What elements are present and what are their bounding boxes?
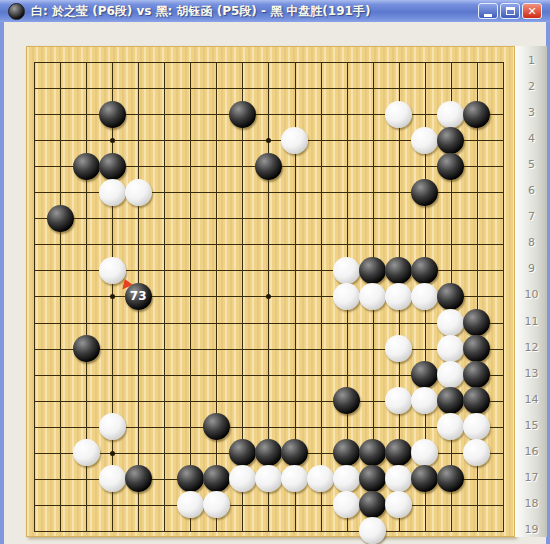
white-stone[interactable] xyxy=(333,465,360,492)
white-stone[interactable] xyxy=(463,439,490,466)
row-coordinate-label: 11 xyxy=(516,315,547,328)
white-stone[interactable] xyxy=(385,491,412,518)
white-stone[interactable] xyxy=(411,283,438,310)
black-stone[interactable] xyxy=(99,101,126,128)
row-coordinate-label: 6 xyxy=(516,184,547,197)
star-point xyxy=(110,294,115,299)
window-controls: ✕ xyxy=(478,3,542,19)
star-point xyxy=(266,138,271,143)
black-stone[interactable] xyxy=(411,361,438,388)
maximize-button[interactable] xyxy=(500,3,520,19)
black-stone[interactable] xyxy=(359,257,386,284)
minimize-icon xyxy=(484,14,492,17)
white-stone[interactable] xyxy=(411,439,438,466)
black-stone[interactable] xyxy=(437,465,464,492)
star-point xyxy=(266,294,271,299)
black-stone[interactable] xyxy=(177,465,204,492)
black-stone[interactable] xyxy=(359,491,386,518)
row-coordinate-label: 9 xyxy=(516,262,547,275)
black-stone[interactable] xyxy=(229,439,256,466)
white-stone[interactable] xyxy=(359,283,386,310)
white-stone[interactable] xyxy=(463,413,490,440)
go-board[interactable]: 73 xyxy=(26,46,515,537)
white-stone[interactable] xyxy=(437,309,464,336)
white-stone[interactable] xyxy=(125,179,152,206)
white-stone[interactable] xyxy=(177,491,204,518)
black-stone[interactable] xyxy=(281,439,308,466)
white-stone[interactable] xyxy=(99,413,126,440)
black-stone[interactable] xyxy=(125,465,152,492)
white-stone[interactable] xyxy=(99,465,126,492)
row-coordinate-label: 10 xyxy=(516,288,547,301)
white-stone[interactable] xyxy=(385,335,412,362)
black-stone[interactable] xyxy=(437,127,464,154)
grid-line-horizontal xyxy=(34,349,504,350)
black-stone[interactable] xyxy=(463,335,490,362)
black-stone[interactable] xyxy=(385,257,412,284)
row-coordinate-label: 15 xyxy=(516,419,547,432)
white-stone[interactable] xyxy=(281,465,308,492)
white-stone[interactable] xyxy=(385,387,412,414)
black-stone[interactable] xyxy=(463,361,490,388)
black-stone[interactable] xyxy=(411,179,438,206)
go-stone-app-icon xyxy=(8,3,25,20)
black-stone[interactable] xyxy=(463,101,490,128)
white-stone[interactable] xyxy=(411,387,438,414)
black-stone[interactable] xyxy=(359,465,386,492)
white-stone[interactable] xyxy=(385,101,412,128)
black-stone[interactable] xyxy=(359,439,386,466)
black-stone[interactable] xyxy=(203,413,230,440)
row-coordinate-label: 17 xyxy=(516,471,547,484)
app-window: 白: 於之莹 (P6段) vs 黑: 胡钰函 (P5段) - 黑 中盘胜(191… xyxy=(0,0,550,544)
grid-line-vertical xyxy=(321,62,322,532)
black-stone[interactable] xyxy=(437,283,464,310)
row-coordinate-label: 5 xyxy=(516,158,547,171)
minimize-button[interactable] xyxy=(478,3,498,19)
white-stone[interactable] xyxy=(203,491,230,518)
row-coordinate-label: 4 xyxy=(516,132,547,145)
client-area: 73 12345678910111213141516171819 xyxy=(4,22,546,544)
row-coordinate-label: 14 xyxy=(516,393,547,406)
black-stone[interactable] xyxy=(411,465,438,492)
grid-line-horizontal xyxy=(34,323,504,324)
black-stone[interactable] xyxy=(73,153,100,180)
white-stone[interactable] xyxy=(437,101,464,128)
white-stone[interactable] xyxy=(255,465,282,492)
black-stone[interactable] xyxy=(99,153,126,180)
black-stone[interactable] xyxy=(463,309,490,336)
row-coordinate-label: 13 xyxy=(516,367,547,380)
black-stone[interactable] xyxy=(333,387,360,414)
black-stone[interactable] xyxy=(229,101,256,128)
star-point xyxy=(110,451,115,456)
black-stone[interactable] xyxy=(385,439,412,466)
white-stone[interactable] xyxy=(437,361,464,388)
white-stone[interactable] xyxy=(99,179,126,206)
last-move-number: 73 xyxy=(125,283,152,310)
black-stone[interactable] xyxy=(255,439,282,466)
white-stone[interactable] xyxy=(437,335,464,362)
white-stone[interactable] xyxy=(333,283,360,310)
row-coordinate-label: 1 xyxy=(516,54,547,67)
row-coordinate-label: 16 xyxy=(516,445,547,458)
grid-line-vertical xyxy=(503,62,504,532)
row-coordinate-label: 2 xyxy=(516,80,547,93)
black-stone[interactable]: 73 xyxy=(125,283,152,310)
black-stone[interactable] xyxy=(437,153,464,180)
white-stone[interactable] xyxy=(99,257,126,284)
black-stone[interactable] xyxy=(463,387,490,414)
black-stone[interactable] xyxy=(437,387,464,414)
white-stone[interactable] xyxy=(437,413,464,440)
white-stone[interactable] xyxy=(385,283,412,310)
white-stone[interactable] xyxy=(307,465,334,492)
row-coordinate-label: 7 xyxy=(516,210,547,223)
white-stone[interactable] xyxy=(359,517,386,544)
row-coordinate-label: 12 xyxy=(516,341,547,354)
white-stone[interactable] xyxy=(411,127,438,154)
black-stone[interactable] xyxy=(411,257,438,284)
white-stone[interactable] xyxy=(73,439,100,466)
maximize-icon xyxy=(506,7,515,15)
grid-line-horizontal xyxy=(34,505,504,506)
black-stone[interactable] xyxy=(47,205,74,232)
close-button[interactable]: ✕ xyxy=(522,3,542,19)
white-stone[interactable] xyxy=(281,127,308,154)
row-coordinate-label: 19 xyxy=(516,523,547,536)
white-stone[interactable] xyxy=(333,257,360,284)
black-stone[interactable] xyxy=(73,335,100,362)
black-stone[interactable] xyxy=(333,439,360,466)
white-stone[interactable] xyxy=(229,465,256,492)
black-stone[interactable] xyxy=(255,153,282,180)
row-coordinate-strip: 12345678910111213141516171819 xyxy=(515,46,547,537)
title-bar[interactable]: 白: 於之莹 (P6段) vs 黑: 胡钰函 (P5段) - 黑 中盘胜(191… xyxy=(0,0,550,22)
row-coordinate-label: 18 xyxy=(516,497,547,510)
white-stone[interactable] xyxy=(385,465,412,492)
window-title: 白: 於之莹 (P6段) vs 黑: 胡钰函 (P5段) - 黑 中盘胜(191… xyxy=(31,3,478,20)
grid-line-horizontal xyxy=(34,531,504,532)
row-coordinate-label: 8 xyxy=(516,236,547,249)
row-coordinate-label: 3 xyxy=(516,106,547,119)
star-point xyxy=(110,138,115,143)
black-stone[interactable] xyxy=(203,465,230,492)
white-stone[interactable] xyxy=(333,491,360,518)
